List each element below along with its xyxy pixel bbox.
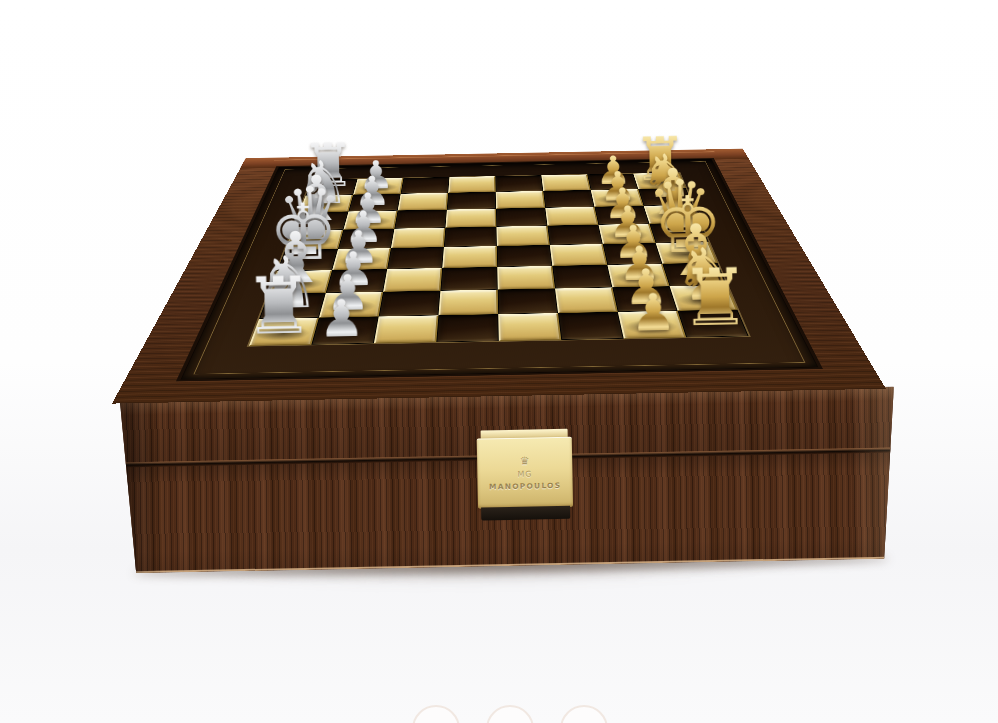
board-square[interactable] [348, 194, 400, 212]
board-square[interactable] [387, 247, 444, 269]
carousel-dots [412, 705, 608, 723]
carousel-dot[interactable] [486, 705, 534, 723]
board-square[interactable] [612, 286, 677, 312]
board-square[interactable] [496, 191, 546, 209]
board-square[interactable] [555, 287, 618, 313]
board-square[interactable] [498, 289, 558, 315]
board-square[interactable] [436, 314, 498, 342]
box-top-face: ♜♟♟♜♞♟♟♞♝♟♟♝♛♟♟♛♚♟♟♚♝♟♟♝♞♟♟♞♜♟♟♜ [112, 149, 886, 404]
chess-box: ♜♟♟♜♞♟♟♞♝♟♟♝♛♟♟♛♚♟♟♚♝♟♟♝♞♟♟♞♜♟♟♜ ♛ MG MA… [0, 0, 998, 723]
board-square[interactable] [644, 205, 701, 224]
board-square[interactable] [541, 174, 590, 191]
board-square[interactable] [603, 243, 663, 265]
board-square[interactable] [311, 316, 378, 344]
board-square[interactable] [497, 266, 555, 290]
board-square[interactable] [591, 189, 644, 207]
board-square[interactable] [444, 227, 497, 247]
board-square[interactable] [550, 244, 608, 266]
board-perspective: ♜♟♟♜♞♟♟♞♝♟♟♝♛♟♟♛♚♟♟♚♝♟♟♝♞♟♟♞♜♟♟♜ [108, 163, 886, 404]
board-square[interactable] [552, 265, 612, 289]
board-square[interactable] [374, 315, 439, 343]
board-square[interactable] [440, 267, 497, 291]
board-square[interactable] [326, 269, 387, 293]
board-square[interactable] [299, 195, 353, 213]
board-square[interactable] [649, 223, 708, 243]
board-square[interactable] [618, 311, 686, 339]
board-square[interactable] [292, 211, 348, 230]
board-square[interactable] [401, 177, 450, 194]
board-square[interactable] [353, 178, 403, 195]
board-square[interactable] [497, 245, 552, 267]
board-square[interactable] [391, 228, 445, 248]
board-square[interactable] [662, 263, 727, 287]
board-square[interactable] [338, 229, 394, 249]
board-square[interactable] [394, 210, 446, 229]
board-square[interactable] [633, 173, 686, 189]
board-square[interactable] [447, 192, 496, 210]
board-square[interactable] [277, 249, 338, 271]
board-square[interactable] [332, 248, 391, 270]
clasp-brand-text: MANOPOULOS [489, 482, 561, 491]
board-square[interactable] [319, 292, 383, 318]
board-square[interactable] [259, 293, 326, 319]
board-square[interactable] [656, 242, 718, 264]
board-square[interactable] [438, 290, 498, 316]
board-square[interactable] [343, 211, 397, 230]
board-square[interactable] [496, 226, 549, 246]
board-square[interactable] [594, 206, 649, 225]
board-square[interactable] [383, 268, 442, 292]
chess-board [249, 173, 749, 346]
board-square[interactable] [268, 270, 332, 294]
clasp-catch [481, 506, 570, 521]
board-square[interactable] [496, 208, 547, 227]
board-square[interactable] [306, 179, 358, 196]
board-square[interactable] [448, 176, 496, 193]
board-square[interactable] [495, 175, 543, 192]
carousel-dot[interactable] [412, 705, 460, 723]
board-square[interactable] [547, 225, 602, 245]
board-square[interactable] [285, 230, 343, 251]
board-square[interactable] [545, 207, 598, 226]
product-photo-stage: ♜♟♟♜♞♟♟♞♝♟♟♝♛♟♟♛♚♟♟♚♝♟♟♝♞♟♟♞♜♟♟♜ ♛ MG MA… [0, 0, 998, 723]
board-square[interactable] [678, 310, 749, 338]
crown-icon: ♛ [520, 455, 530, 466]
board-square[interactable] [558, 312, 624, 340]
board-square[interactable] [543, 190, 594, 208]
board-square[interactable] [598, 224, 655, 244]
board-square[interactable] [445, 209, 496, 228]
board-square[interactable] [379, 291, 441, 317]
board-square[interactable] [607, 264, 669, 288]
clasp-plate: ♛ MG MANOPOULOS [477, 437, 573, 509]
board-square[interactable] [398, 193, 449, 211]
board-square[interactable] [587, 174, 638, 190]
board-square[interactable] [638, 188, 693, 206]
board-square[interactable] [670, 285, 738, 311]
clasp-monogram: MG [517, 470, 532, 478]
board-square[interactable] [498, 313, 561, 341]
board-square[interactable] [442, 246, 497, 268]
carousel-dot[interactable] [560, 705, 608, 723]
board-square[interactable] [249, 318, 319, 346]
gold-clasp[interactable]: ♛ MG MANOPOULOS [477, 429, 574, 521]
